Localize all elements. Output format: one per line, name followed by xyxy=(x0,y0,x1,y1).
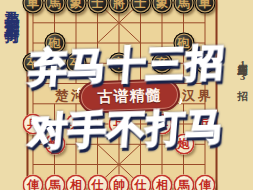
title-top: 弃马十三招 xyxy=(22,37,233,93)
piece-red-horse[interactable]: 馬 xyxy=(44,174,65,190)
piece-black-general[interactable]: 將 xyxy=(109,0,130,13)
piece-red-horse[interactable]: 馬 xyxy=(173,174,194,190)
piece-black-elephant[interactable]: 象 xyxy=(66,0,87,13)
piece-red-general[interactable]: 帥 xyxy=(109,174,130,190)
piece-black-horse[interactable]: 馬 xyxy=(44,0,65,13)
piece-black-advisor[interactable]: 士 xyxy=(130,0,151,13)
xiangqi-thumbnail: 楚河 汉界 車馬象士將士象馬車砲砲卒卒卒卒卒兵兵兵兵兵炮炮俥馬相仕帥仕相馬俥 古… xyxy=(0,0,253,190)
piece-black-elephant[interactable]: 象 xyxy=(152,0,173,13)
title-bottom: 对手不打马 xyxy=(22,101,233,157)
piece-red-elephant[interactable]: 相 xyxy=(66,174,87,190)
left-caption: 弃马十三招之对手不打马 xyxy=(2,0,21,190)
piece-black-advisor[interactable]: 士 xyxy=(87,0,108,13)
piece-red-chariot[interactable]: 俥 xyxy=(23,174,44,190)
piece-black-horse[interactable]: 馬 xyxy=(173,0,194,13)
piece-black-chariot[interactable]: 車 xyxy=(195,0,216,13)
piece-red-advisor[interactable]: 仕 xyxy=(87,174,108,190)
piece-red-advisor[interactable]: 仕 xyxy=(130,174,151,190)
piece-red-chariot[interactable]: 俥 xyxy=(195,174,216,190)
piece-black-chariot[interactable]: 車 xyxy=(23,0,44,13)
piece-red-elephant[interactable]: 相 xyxy=(152,174,173,190)
right-caption: 应用奔马13招 xyxy=(235,55,249,150)
